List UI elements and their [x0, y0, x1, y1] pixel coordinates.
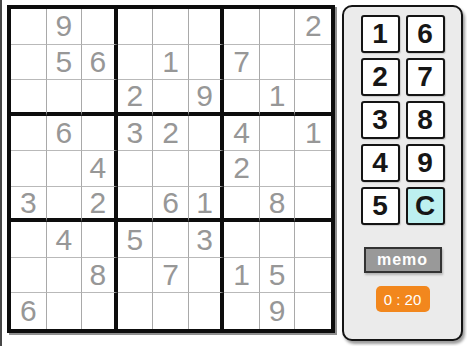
cell-r9c8[interactable]: 9 — [260, 293, 296, 329]
cell-r9c7[interactable] — [224, 293, 260, 329]
control-panel: 162738495C memo 0 : 20 — [342, 5, 463, 341]
number-button-6[interactable]: 6 — [406, 15, 445, 53]
cell-r8c9[interactable] — [295, 258, 331, 294]
cell-r9c2[interactable] — [47, 293, 83, 329]
clear-button[interactable]: C — [406, 187, 445, 225]
cell-r4c1[interactable] — [11, 116, 47, 152]
cell-r4c8[interactable] — [260, 116, 296, 152]
cell-r4c9[interactable]: 1 — [295, 116, 331, 152]
cell-r2c9[interactable] — [295, 45, 331, 81]
cell-r6c9[interactable] — [295, 187, 331, 223]
cell-r1c7[interactable] — [224, 9, 260, 45]
cell-r1c8[interactable] — [260, 9, 296, 45]
cell-r7c2[interactable]: 4 — [47, 222, 83, 258]
cell-r3c1[interactable] — [11, 80, 47, 116]
cell-r8c5[interactable]: 7 — [153, 258, 189, 294]
cell-r2c2[interactable]: 5 — [47, 45, 83, 81]
cell-r8c7[interactable]: 1 — [224, 258, 260, 294]
number-button-3[interactable]: 3 — [361, 101, 400, 139]
cell-r7c4[interactable]: 5 — [118, 222, 154, 258]
number-button-8[interactable]: 8 — [406, 101, 445, 139]
cell-r2c8[interactable] — [260, 45, 296, 81]
cell-r6c6[interactable]: 1 — [189, 187, 225, 223]
cell-r3c6[interactable]: 9 — [189, 80, 225, 116]
cell-r6c4[interactable] — [118, 187, 154, 223]
cell-r6c1[interactable]: 3 — [11, 187, 47, 223]
cell-r2c3[interactable]: 6 — [82, 45, 118, 81]
cell-r5c2[interactable] — [47, 151, 83, 187]
cell-r3c9[interactable] — [295, 80, 331, 116]
cell-r4c7[interactable]: 4 — [224, 116, 260, 152]
cell-r8c1[interactable] — [11, 258, 47, 294]
timer-display: 0 : 20 — [376, 286, 430, 312]
cell-r3c8[interactable]: 1 — [260, 80, 296, 116]
cell-r5c4[interactable] — [118, 151, 154, 187]
cell-r7c9[interactable] — [295, 222, 331, 258]
cell-r8c4[interactable] — [118, 258, 154, 294]
cell-r8c8[interactable]: 5 — [260, 258, 296, 294]
window-edge — [0, 0, 2, 346]
cell-r5c3[interactable]: 4 — [82, 151, 118, 187]
cell-r6c3[interactable]: 2 — [82, 187, 118, 223]
cell-r2c4[interactable] — [118, 45, 154, 81]
cell-r2c1[interactable] — [11, 45, 47, 81]
cell-r1c3[interactable] — [82, 9, 118, 45]
cell-r6c5[interactable]: 6 — [153, 187, 189, 223]
cell-r7c1[interactable] — [11, 222, 47, 258]
cell-r5c1[interactable] — [11, 151, 47, 187]
cell-r9c9[interactable] — [295, 293, 331, 329]
cell-r1c1[interactable] — [11, 9, 47, 45]
sudoku-board: 925617291632414232618453871569 — [7, 5, 335, 333]
cell-r7c8[interactable] — [260, 222, 296, 258]
cell-r3c5[interactable] — [153, 80, 189, 116]
number-button-5[interactable]: 5 — [361, 187, 400, 225]
cell-r1c4[interactable] — [118, 9, 154, 45]
cell-r3c4[interactable]: 2 — [118, 80, 154, 116]
cell-r5c8[interactable] — [260, 151, 296, 187]
cell-r4c6[interactable] — [189, 116, 225, 152]
cell-r6c7[interactable] — [224, 187, 260, 223]
cell-r9c4[interactable] — [118, 293, 154, 329]
cell-r7c6[interactable]: 3 — [189, 222, 225, 258]
cell-r6c2[interactable] — [47, 187, 83, 223]
cell-r2c5[interactable]: 1 — [153, 45, 189, 81]
cell-r5c7[interactable]: 2 — [224, 151, 260, 187]
number-button-7[interactable]: 7 — [406, 58, 445, 96]
number-button-9[interactable]: 9 — [406, 144, 445, 182]
number-button-1[interactable]: 1 — [361, 15, 400, 53]
cell-r9c5[interactable] — [153, 293, 189, 329]
cell-r4c5[interactable]: 2 — [153, 116, 189, 152]
number-keypad: 162738495C — [361, 15, 445, 225]
cell-r9c3[interactable] — [82, 293, 118, 329]
cell-r7c3[interactable] — [82, 222, 118, 258]
cell-r1c9[interactable]: 2 — [295, 9, 331, 45]
number-button-2[interactable]: 2 — [361, 58, 400, 96]
cell-r3c7[interactable] — [224, 80, 260, 116]
cell-r1c6[interactable] — [189, 9, 225, 45]
number-button-4[interactable]: 4 — [361, 144, 400, 182]
cell-r4c3[interactable] — [82, 116, 118, 152]
cell-r6c8[interactable]: 8 — [260, 187, 296, 223]
cell-r9c1[interactable]: 6 — [11, 293, 47, 329]
cell-r2c6[interactable] — [189, 45, 225, 81]
cell-r9c6[interactable] — [189, 293, 225, 329]
memo-button[interactable]: memo — [364, 247, 442, 273]
cell-r7c7[interactable] — [224, 222, 260, 258]
cell-r4c2[interactable]: 6 — [47, 116, 83, 152]
cell-r5c9[interactable] — [295, 151, 331, 187]
cell-r8c6[interactable] — [189, 258, 225, 294]
cell-r5c6[interactable] — [189, 151, 225, 187]
cell-r8c3[interactable]: 8 — [82, 258, 118, 294]
cell-r3c3[interactable] — [82, 80, 118, 116]
cell-r1c2[interactable]: 9 — [47, 9, 83, 45]
cell-r1c5[interactable] — [153, 9, 189, 45]
cell-r7c5[interactable] — [153, 222, 189, 258]
cell-r8c2[interactable] — [47, 258, 83, 294]
cell-r4c4[interactable]: 3 — [118, 116, 154, 152]
cell-r2c7[interactable]: 7 — [224, 45, 260, 81]
cell-r3c2[interactable] — [47, 80, 83, 116]
cell-r5c5[interactable] — [153, 151, 189, 187]
